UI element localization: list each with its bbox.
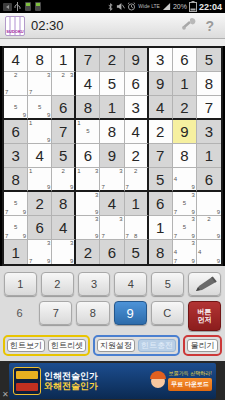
cell-r9c2[interactable]: 379 bbox=[28, 240, 52, 264]
settings-wrench-icon[interactable] bbox=[181, 17, 199, 35]
pencil-marks: 39 bbox=[52, 240, 74, 264]
cell-r1c3[interactable]: 1 bbox=[52, 48, 76, 72]
pencil-mark-9: 9 bbox=[213, 256, 221, 264]
pencil-marks: 3579 bbox=[173, 216, 196, 239]
sim-card-icon-1 bbox=[25, 2, 31, 11]
undo-button[interactable]: 물리기 bbox=[187, 339, 218, 352]
cell-r3c4[interactable]: 8 bbox=[76, 96, 100, 120]
cell-r8c2[interactable]: 6 bbox=[28, 216, 52, 240]
pencil-mark-3: 3 bbox=[188, 240, 196, 248]
pencil-mark-9: 9 bbox=[213, 231, 221, 239]
cell-r6c6[interactable]: 27 bbox=[125, 168, 149, 192]
pencil-mark-7: 7 bbox=[125, 231, 132, 239]
cell-r7c8[interactable]: 3579 bbox=[173, 192, 197, 216]
pencil-mark-7: 7 bbox=[4, 87, 12, 95]
pencil-mark-9: 9 bbox=[44, 135, 52, 143]
pencil-mark-2: 2 bbox=[205, 216, 213, 224]
pencil-marks: 37 bbox=[100, 168, 123, 190]
pencil-mark-2: 2 bbox=[12, 72, 20, 80]
cell-r3c5[interactable]: 1 bbox=[100, 96, 124, 120]
ad-character bbox=[151, 374, 165, 388]
cell-r6c8[interactable]: 49 bbox=[173, 168, 197, 192]
cell-r9c6[interactable]: 5 bbox=[125, 240, 149, 264]
cell-r8c1[interactable]: 579 bbox=[4, 216, 28, 240]
cell-r5c4[interactable]: 6 bbox=[76, 144, 100, 168]
pencil-mark-3: 3 bbox=[92, 192, 100, 200]
cell-r6c3[interactable]: 29 bbox=[52, 168, 76, 192]
board: 4817293652737234569185959681342761971584… bbox=[2, 46, 223, 266]
sim-card-icon-2 bbox=[35, 2, 41, 11]
signal-icon bbox=[162, 2, 171, 11]
ad-title-line2: 와해전술인가 bbox=[44, 381, 148, 391]
cell-r2c9[interactable]: 8 bbox=[197, 72, 221, 96]
cell-r8c7[interactable]: 1 bbox=[149, 216, 173, 240]
cell-r5c9[interactable]: 1 bbox=[197, 144, 221, 168]
cell-r3c2[interactable]: 59 bbox=[28, 96, 52, 120]
cell-r1c1[interactable]: 4 bbox=[4, 48, 28, 72]
pencil-mark-5: 5 bbox=[12, 224, 20, 232]
cell-r8c5[interactable]: 37 bbox=[100, 216, 124, 240]
cell-r4c5[interactable]: 8 bbox=[100, 120, 124, 144]
key-8[interactable]: 8 bbox=[76, 301, 109, 325]
pencil-mark-9: 9 bbox=[19, 231, 27, 239]
keypad: 12345 6789C 버튼먼저 bbox=[0, 266, 225, 332]
pencil-marks: 29 bbox=[52, 168, 74, 190]
cell-r6c2[interactable]: 19 bbox=[28, 168, 52, 192]
battery-percent: 20% bbox=[173, 3, 187, 10]
cell-r1c5[interactable]: 2 bbox=[100, 48, 124, 72]
battery-icon bbox=[189, 1, 197, 12]
cell-r2c6[interactable]: 6 bbox=[125, 72, 149, 96]
key-1[interactable]: 1 bbox=[4, 272, 37, 296]
cell-r5c8[interactable]: 8 bbox=[173, 144, 197, 168]
pencil-mark-7: 7 bbox=[4, 231, 12, 239]
pencil-mark-9: 9 bbox=[67, 183, 74, 190]
network-label: Wide LTE bbox=[138, 4, 160, 9]
cell-r1c7[interactable]: 3 bbox=[149, 48, 173, 72]
mute-icon bbox=[116, 2, 125, 11]
pencil-mark-9: 9 bbox=[67, 256, 74, 264]
cell-r1c9[interactable]: 5 bbox=[197, 48, 221, 72]
pencil-mark-3: 3 bbox=[67, 240, 74, 248]
pencil-mark-9: 9 bbox=[188, 183, 196, 190]
cell-r6c9[interactable]: 6 bbox=[197, 168, 221, 192]
pencil-marks: 3579 bbox=[173, 192, 196, 215]
pencil-mark-1: 1 bbox=[28, 120, 36, 128]
cell-r3c7[interactable]: 4 bbox=[149, 96, 173, 120]
cell-r7c7[interactable]: 6 bbox=[149, 192, 173, 216]
pencil-mark-5: 5 bbox=[36, 103, 44, 110]
header-board-gap bbox=[0, 39, 225, 46]
sudoku-app: Wide LTE 20% 22:04 SUDOKU 02:30 ? 481729… bbox=[0, 0, 225, 400]
pencil-marks: 39 bbox=[76, 192, 99, 215]
ad-game-logo bbox=[13, 367, 41, 395]
pencil-mark-9: 9 bbox=[44, 256, 52, 264]
cell-r4c7[interactable]: 2 bbox=[149, 120, 173, 144]
cell-r6c7[interactable]: 5 bbox=[149, 168, 173, 192]
pencil-mark-1: 1 bbox=[76, 168, 84, 175]
cell-r1c4[interactable]: 7 bbox=[76, 48, 100, 72]
pencil-mark-7: 7 bbox=[100, 183, 108, 190]
key-2[interactable]: 2 bbox=[41, 272, 74, 296]
cell-r4c9[interactable]: 3 bbox=[197, 120, 221, 144]
pencil-mark-5: 5 bbox=[180, 200, 188, 208]
pencil-marks: 3479 bbox=[173, 240, 196, 264]
pencil-marks: 78 bbox=[125, 216, 147, 239]
clock: 22:04 bbox=[199, 2, 222, 12]
pencil-marks: 37 bbox=[100, 216, 123, 239]
pencil-marks: 49 bbox=[197, 240, 221, 264]
pencil-mark-3: 3 bbox=[44, 240, 52, 248]
cell-r4c3[interactable]: 7 bbox=[52, 120, 76, 144]
pencil-marks: 49 bbox=[173, 168, 196, 190]
pencil-mark-9: 9 bbox=[92, 207, 100, 215]
cell-r6c1[interactable]: 8 bbox=[4, 168, 28, 192]
pencil-mark-3: 3 bbox=[116, 216, 124, 224]
pencil-mark-2: 2 bbox=[60, 168, 67, 175]
reset-hint-button[interactable]: 힌트리셋 bbox=[48, 339, 86, 352]
key-C[interactable]: C bbox=[151, 301, 184, 325]
cell-r9c5[interactable]: 6 bbox=[100, 240, 124, 264]
pencil-mark-9: 9 bbox=[188, 207, 196, 215]
cell-r5c5[interactable]: 9 bbox=[100, 144, 124, 168]
pencil-mark-9: 9 bbox=[44, 183, 52, 190]
pencil-mark-4: 4 bbox=[197, 248, 205, 256]
pencil-marks: 19 bbox=[28, 168, 51, 190]
pencil-mark-7: 7 bbox=[100, 231, 108, 239]
pencil-marks: 579 bbox=[4, 192, 27, 215]
pencil-mark-9: 9 bbox=[19, 207, 27, 215]
pencil-marks: 19 bbox=[28, 120, 51, 143]
pencil-mark-7: 7 bbox=[173, 207, 181, 215]
key-6[interactable]: 6 bbox=[4, 301, 35, 325]
cell-r1c6[interactable]: 9 bbox=[125, 48, 149, 72]
ad-download-button[interactable]: 무료 다운로드 bbox=[168, 378, 212, 391]
pencil-marks: 23 bbox=[52, 72, 74, 95]
cell-r8c6[interactable]: 78 bbox=[125, 216, 149, 240]
pencil-mark-7: 7 bbox=[28, 256, 36, 264]
key-9[interactable]: 9 bbox=[114, 301, 147, 325]
support-button-group: 지원설정 힌트충전 bbox=[93, 335, 180, 356]
cell-r3c6[interactable]: 3 bbox=[125, 96, 149, 120]
cell-r4c2[interactable]: 19 bbox=[28, 120, 52, 144]
pencil-marks: 37 bbox=[28, 72, 51, 95]
usb-icon bbox=[14, 2, 21, 12]
cell-r7c5[interactable]: 4 bbox=[100, 192, 124, 216]
cell-r6c4[interactable]: 13 bbox=[76, 168, 100, 192]
pencil-mark-3: 3 bbox=[116, 168, 124, 175]
cell-r5c3[interactable]: 5 bbox=[52, 144, 76, 168]
ad-title-line1: 인해전술인가 bbox=[44, 371, 148, 381]
cell-r7c9[interactable]: 9 bbox=[197, 192, 221, 216]
cell-r3c3[interactable]: 6 bbox=[52, 96, 76, 120]
pencil-marks: 59 bbox=[4, 96, 27, 118]
pencil-mark-2: 2 bbox=[132, 168, 139, 175]
help-icon[interactable]: ? bbox=[205, 18, 214, 34]
cell-r9c3[interactable]: 39 bbox=[52, 240, 76, 264]
pencil-mark-3: 3 bbox=[92, 168, 100, 175]
cell-r5c2[interactable]: 4 bbox=[28, 144, 52, 168]
pencil-mark-4: 4 bbox=[173, 175, 181, 182]
app-header: SUDOKU 02:30 ? bbox=[0, 13, 225, 39]
pencil-mark-5: 5 bbox=[180, 224, 188, 232]
pencil-marks: 59 bbox=[28, 96, 51, 118]
cell-r3c1[interactable]: 59 bbox=[4, 96, 28, 120]
cell-r8c3[interactable]: 4 bbox=[52, 216, 76, 240]
cell-r2c8[interactable]: 1 bbox=[173, 72, 197, 96]
cell-r7c2[interactable]: 2 bbox=[28, 192, 52, 216]
cell-r7c6[interactable]: 1 bbox=[125, 192, 149, 216]
pencil-mark-9: 9 bbox=[44, 111, 52, 118]
pencil-mark-9: 9 bbox=[213, 207, 221, 215]
cell-r7c3[interactable]: 8 bbox=[52, 192, 76, 216]
cell-r8c4[interactable]: 39 bbox=[76, 216, 100, 240]
pencil-mark-3: 3 bbox=[188, 192, 196, 200]
pencil-mark-3: 3 bbox=[92, 216, 100, 224]
cell-r9c8[interactable]: 3479 bbox=[173, 240, 197, 264]
app-logo: SUDOKU bbox=[5, 16, 25, 36]
cell-r9c1[interactable]: 1 bbox=[4, 240, 28, 264]
pencil-marks: 15 bbox=[76, 120, 99, 143]
hint-button-group: 힌트보기 힌트리셋 bbox=[3, 335, 90, 356]
cell-r4c4[interactable]: 15 bbox=[76, 120, 100, 144]
undo-button-group: 물리기 bbox=[183, 335, 222, 356]
keypad-row-1: 12345 bbox=[4, 272, 221, 296]
ad-banner-area: 인해전술인가 와해전술인가 보물가득 선택하라! 무료 다운로드 ✕ bbox=[0, 361, 225, 400]
cell-r8c8[interactable]: 3579 bbox=[173, 216, 197, 240]
key-4[interactable]: 4 bbox=[114, 272, 147, 296]
cell-r7c4[interactable]: 39 bbox=[76, 192, 100, 216]
bluetooth-icon bbox=[107, 2, 114, 12]
cell-r7c1[interactable]: 579 bbox=[4, 192, 28, 216]
cell-r5c7[interactable]: 7 bbox=[149, 144, 173, 168]
pencil-mark-9: 9 bbox=[92, 231, 100, 239]
pencil-mark-7: 7 bbox=[28, 87, 36, 95]
pencil-mark-8: 8 bbox=[132, 231, 139, 239]
pencil-mark-7: 7 bbox=[173, 256, 181, 264]
cell-r1c8[interactable]: 6 bbox=[173, 48, 197, 72]
pencil-mode-button[interactable] bbox=[188, 272, 221, 296]
pencil-mark-3: 3 bbox=[44, 72, 52, 80]
hint-charge-button: 힌트충전 bbox=[138, 339, 176, 352]
cell-r4c8[interactable]: 9 bbox=[173, 120, 197, 144]
pencil-mark-5: 5 bbox=[12, 103, 20, 110]
cell-r1c2[interactable]: 8 bbox=[28, 48, 52, 72]
pencil-marks: 27 bbox=[125, 168, 147, 190]
cell-r9c9[interactable]: 49 bbox=[197, 240, 221, 264]
pencil-marks: 13 bbox=[76, 168, 99, 190]
cell-r9c4[interactable]: 2 bbox=[76, 240, 100, 264]
pencil-marks: 9 bbox=[197, 192, 221, 215]
game-timer: 02:30 bbox=[31, 18, 64, 33]
cell-r2c2[interactable]: 37 bbox=[28, 72, 52, 96]
cell-r6c5[interactable]: 37 bbox=[100, 168, 124, 192]
input-mode-button[interactable]: 버튼먼저 bbox=[188, 301, 221, 331]
pencil-mark-1: 1 bbox=[28, 168, 36, 175]
support-settings-button[interactable]: 지원설정 bbox=[97, 339, 135, 352]
cell-r9c7[interactable]: 8 bbox=[149, 240, 173, 264]
cell-r5c6[interactable]: 2 bbox=[125, 144, 149, 168]
pencil-mark-5: 5 bbox=[84, 128, 92, 136]
cell-r4c6[interactable]: 4 bbox=[125, 120, 149, 144]
pencil-marks: 39 bbox=[76, 216, 99, 239]
key-5[interactable]: 5 bbox=[151, 272, 184, 296]
cell-r3c8[interactable]: 2 bbox=[173, 96, 197, 120]
ad-titles: 인해전술인가 와해전술인가 bbox=[44, 371, 148, 391]
pencil-marks: 379 bbox=[28, 240, 51, 264]
cell-r4c1[interactable]: 6 bbox=[4, 120, 28, 144]
cell-r2c4[interactable]: 4 bbox=[76, 72, 100, 96]
ad-tagline: 보물가득 선택하라! bbox=[169, 370, 212, 376]
pencil-mark-1: 1 bbox=[76, 120, 84, 128]
pencil-mark-7: 7 bbox=[173, 231, 181, 239]
cell-r5c1[interactable]: 3 bbox=[4, 144, 28, 168]
status-bar: Wide LTE 20% 22:04 bbox=[0, 0, 225, 13]
pencil-mark-9: 9 bbox=[188, 231, 196, 239]
pencil-mark-5: 5 bbox=[12, 200, 20, 208]
pencil-marks: 29 bbox=[197, 216, 221, 239]
show-hint-button[interactable]: 힌트보기 bbox=[7, 339, 45, 352]
pencil-mark-7: 7 bbox=[125, 183, 132, 190]
key-3[interactable]: 3 bbox=[78, 272, 111, 296]
alarm-icon bbox=[127, 2, 136, 11]
pencil-mark-9: 9 bbox=[188, 256, 196, 264]
pencil-mark-3: 3 bbox=[67, 72, 74, 80]
pencil-mark-7: 7 bbox=[4, 207, 12, 215]
pencil-marks: 27 bbox=[4, 72, 27, 95]
pencil-mark-9: 9 bbox=[19, 111, 27, 118]
pencil-mark-3: 3 bbox=[188, 216, 196, 224]
cell-r2c5[interactable]: 5 bbox=[100, 72, 124, 96]
cell-r2c7[interactable]: 9 bbox=[149, 72, 173, 96]
pencil-mark-2: 2 bbox=[60, 72, 67, 80]
cell-r2c1[interactable]: 27 bbox=[4, 72, 28, 96]
ad-banner[interactable]: 인해전술인가 와해전술인가 보물가득 선택하라! 무료 다운로드 bbox=[9, 363, 216, 399]
pencil-marks: 579 bbox=[4, 216, 27, 239]
key-7[interactable]: 7 bbox=[39, 301, 72, 325]
screenshot-icon bbox=[3, 3, 12, 11]
cell-r3c9[interactable]: 7 bbox=[197, 96, 221, 120]
ad-close-icon[interactable]: ✕ bbox=[2, 390, 9, 399]
action-bar: 힌트보기 힌트리셋 지원설정 힌트충전 물리기 bbox=[0, 332, 225, 361]
cell-r8c9[interactable]: 29 bbox=[197, 216, 221, 240]
pencil-mark-4: 4 bbox=[173, 248, 181, 256]
keypad-row-2: 6789C 버튼먼저 bbox=[4, 301, 221, 325]
cell-r2c3[interactable]: 23 bbox=[52, 72, 76, 96]
